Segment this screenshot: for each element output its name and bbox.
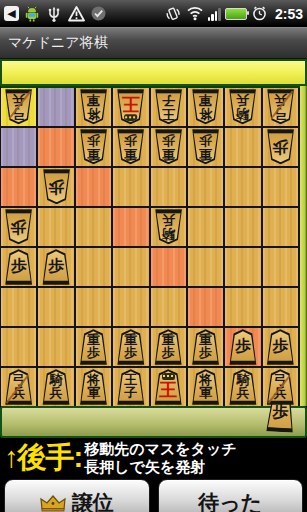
hint-line-1: 移動先のマスをタッチ xyxy=(84,440,236,458)
piece-kanji: 歩 xyxy=(162,346,175,359)
piece-general[interactable]: 将軍 xyxy=(190,89,221,124)
piece-kanji: 歩 xyxy=(235,338,251,354)
piece-heavy-infantry[interactable]: 重歩 xyxy=(190,129,221,164)
piece-kanji: 軍 xyxy=(87,386,100,399)
board-cell-r4c5[interactable]: 騎兵 xyxy=(151,208,188,248)
board-cell-r8c6[interactable]: 将軍 xyxy=(188,368,225,408)
board-cell-r6c8[interactable] xyxy=(263,288,300,328)
piece-kanji: 軍 xyxy=(199,95,212,108)
board-cell-r6c4[interactable] xyxy=(113,288,150,328)
board-cell-r7c4[interactable]: 重歩 xyxy=(113,328,150,368)
status-bar: ◀ xyxy=(0,0,307,27)
piece-kanji: 将 xyxy=(87,108,100,121)
piece-kanji: 軍 xyxy=(87,95,100,108)
board-cell-r2c1[interactable] xyxy=(1,128,38,168)
board-cell-r5c1[interactable]: 歩 xyxy=(1,248,38,288)
piece-foot-soldier[interactable]: 歩 xyxy=(3,209,34,244)
board-cell-r1c7[interactable]: 騎兵 xyxy=(225,88,262,128)
turn-colon: : xyxy=(74,443,83,472)
piece-kanji: 重 xyxy=(199,333,212,346)
abdicate-button[interactable]: 譲位 xyxy=(4,479,150,512)
board-cell-r2c8[interactable]: 歩 xyxy=(263,128,300,168)
board-cell-r1c3[interactable]: 将軍 xyxy=(76,88,113,128)
board-cell-r4c7[interactable] xyxy=(225,208,262,248)
piece-kanji: 歩 xyxy=(199,346,212,359)
piece-general[interactable]: 将軍 xyxy=(190,369,221,404)
piece-heavy-infantry[interactable]: 重歩 xyxy=(78,329,109,364)
board-cell-r6c1[interactable] xyxy=(1,288,38,328)
board-cell-r2c7[interactable] xyxy=(225,128,262,168)
undo-label: 待った xyxy=(198,489,262,512)
board-cell-r4c2[interactable] xyxy=(38,208,75,248)
board-cell-r2c6[interactable]: 重歩 xyxy=(188,128,225,168)
board-cell-r3c1[interactable] xyxy=(1,168,38,208)
board-cell-r4c4[interactable] xyxy=(113,208,150,248)
board-cell-r8c3[interactable]: 将軍 xyxy=(76,368,113,408)
alarm-clock-icon xyxy=(251,5,269,23)
piece-kanji: 歩 xyxy=(272,338,288,354)
piece-kanji: 歩 xyxy=(124,346,137,359)
board-cell-r3c6[interactable] xyxy=(188,168,225,208)
piece-king[interactable]: 王 xyxy=(153,369,184,404)
piece-kanji: 軍 xyxy=(199,386,212,399)
piece-king[interactable]: 王 xyxy=(115,89,146,124)
piece-heavy-infantry[interactable]: 重歩 xyxy=(153,329,184,364)
piece-general[interactable]: 将軍 xyxy=(78,369,109,404)
crown-icon xyxy=(40,494,66,512)
piece-kanji: 将 xyxy=(87,373,100,386)
usb-icon xyxy=(45,5,63,23)
status-time: 2:53 xyxy=(275,6,303,22)
board-cell-r8c7[interactable]: 騎兵 xyxy=(225,368,262,408)
board-cell-r8c5[interactable]: 王 xyxy=(151,368,188,408)
piece-kanji: 将 xyxy=(199,108,212,121)
board-cell-r2c3[interactable]: 重歩 xyxy=(76,128,113,168)
piece-foot-soldier[interactable]: 歩 xyxy=(265,329,296,364)
piece-heavy-infantry[interactable]: 重歩 xyxy=(153,129,184,164)
piece-kanji: 兵 xyxy=(236,95,249,108)
board-cell-r1c6[interactable]: 将軍 xyxy=(188,88,225,128)
board-cell-r5c5[interactable] xyxy=(151,248,188,288)
board-cell-r7c7[interactable]: 歩 xyxy=(225,328,262,368)
board-cell-r3c5[interactable] xyxy=(151,168,188,208)
piece-kanji: 歩 xyxy=(199,135,212,148)
piece-heavy-infantry[interactable]: 重歩 xyxy=(115,129,146,164)
piece-foot-soldier[interactable]: 歩 xyxy=(41,169,72,204)
board-cell-r5c8[interactable] xyxy=(263,248,300,288)
gote-captured-tray[interactable] xyxy=(0,59,307,86)
board-cell-r4c8[interactable] xyxy=(263,208,300,248)
board-cell-r1c1[interactable]: 弓兵 xyxy=(1,88,38,128)
piece-kanji: 兵 xyxy=(50,386,63,399)
sente-captured-tray[interactable]: 歩 xyxy=(0,406,307,438)
board-cell-r8c2[interactable]: 騎兵 xyxy=(38,368,75,408)
board-cell-r2c5[interactable]: 重歩 xyxy=(151,128,188,168)
board-cell-r4c3[interactable] xyxy=(76,208,113,248)
board-cell-r3c2[interactable]: 歩 xyxy=(38,168,75,208)
piece-kanji: 子 xyxy=(124,386,137,399)
piece-kanji: 歩 xyxy=(48,258,64,274)
board-cell-r7c6[interactable]: 重歩 xyxy=(188,328,225,368)
board-cell-r6c7[interactable] xyxy=(225,288,262,328)
title-bar: マケドニア将棋 xyxy=(0,27,307,59)
board-cell-r6c2[interactable] xyxy=(38,288,75,328)
piece-kanji: 重 xyxy=(199,148,212,161)
piece-kanji: 王 xyxy=(124,373,137,386)
piece-kanji: 王 xyxy=(159,381,177,399)
board-cell-r8c4[interactable]: 王子 xyxy=(113,368,150,408)
board-cell-r2c2[interactable] xyxy=(38,128,75,168)
app-screen: ◀ xyxy=(0,0,307,512)
piece-kanji: 重 xyxy=(87,148,100,161)
piece-kanji: 重 xyxy=(162,333,175,346)
android-robot-icon xyxy=(23,5,41,23)
board-cell-r6c3[interactable] xyxy=(76,288,113,328)
piece-kanji: 騎 xyxy=(236,108,249,121)
piece-foot-soldier[interactable]: 歩 xyxy=(227,329,258,364)
piece-cavalry[interactable]: 騎兵 xyxy=(227,89,258,124)
piece-kanji: 重 xyxy=(87,333,100,346)
board-cell-r7c8[interactable]: 歩 xyxy=(263,328,300,368)
piece-prince[interactable]: 王子 xyxy=(115,369,146,404)
board-cell-r7c3[interactable]: 重歩 xyxy=(76,328,113,368)
back-arrow-notification-icon: ◀ xyxy=(4,6,19,21)
piece-heavy-infantry[interactable]: 重歩 xyxy=(78,129,109,164)
piece-heavy-infantry[interactable]: 重歩 xyxy=(190,329,221,364)
board-cell-r6c6[interactable] xyxy=(188,288,225,328)
board-cell-r1c4[interactable]: 王 xyxy=(113,88,150,128)
board-cell-r3c8[interactable] xyxy=(263,168,300,208)
board-cell-r3c3[interactable] xyxy=(76,168,113,208)
battery-icon xyxy=(225,8,247,20)
board-cell-r5c3[interactable] xyxy=(76,248,113,288)
piece-cavalry[interactable]: 騎兵 xyxy=(153,209,184,244)
piece-prince[interactable]: 王子 xyxy=(153,89,184,124)
piece-archer[interactable]: 弓兵 xyxy=(265,89,296,124)
hint-line-2: 長押しで矢を発射 xyxy=(84,458,236,476)
piece-cavalry[interactable]: 騎兵 xyxy=(227,369,258,404)
piece-kanji: 歩 xyxy=(87,346,100,359)
board-right-margin xyxy=(300,86,307,406)
board-cell-r4c6[interactable] xyxy=(188,208,225,248)
message-bar: ↑後手: 移動先のマスをタッチ 長押しで矢を発射 xyxy=(0,438,307,477)
piece-archer[interactable]: 弓兵 xyxy=(3,89,34,124)
board-cell-r5c4[interactable] xyxy=(113,248,150,288)
piece-kanji: 歩 xyxy=(87,135,100,148)
piece-archer[interactable]: 弓兵 xyxy=(265,369,296,404)
abdicate-label: 譲位 xyxy=(72,489,114,512)
piece-archer[interactable]: 弓兵 xyxy=(3,369,34,404)
board-cell-r5c6[interactable] xyxy=(188,248,225,288)
piece-kanji: 騎 xyxy=(50,373,63,386)
piece-kanji: 兵 xyxy=(236,386,249,399)
board-cell-r6c5[interactable] xyxy=(151,288,188,328)
board-cell-r3c7[interactable] xyxy=(225,168,262,208)
board-cell-r3c4[interactable] xyxy=(113,168,150,208)
piece-kanji: 歩 xyxy=(48,180,64,196)
piece-kanji: 歩 xyxy=(272,140,288,156)
piece-kanji: 兵 xyxy=(162,215,175,228)
turn-side-label: 後手 xyxy=(18,443,74,472)
piece-kanji: 騎 xyxy=(236,373,249,386)
piece-general[interactable]: 将軍 xyxy=(78,89,109,124)
signal-bars-icon xyxy=(208,7,221,21)
piece-foot-soldier[interactable]: 歩 xyxy=(3,249,34,284)
piece-foot-soldier[interactable]: 歩 xyxy=(265,129,296,164)
board-cell-r1c5[interactable]: 王子 xyxy=(151,88,188,128)
piece-cavalry[interactable]: 騎兵 xyxy=(41,369,72,404)
board-cell-r2c4[interactable]: 重歩 xyxy=(113,128,150,168)
piece-kanji: 騎 xyxy=(162,228,175,241)
piece-kanji: 将 xyxy=(199,373,212,386)
wifi-icon xyxy=(186,5,204,23)
piece-kanji: 歩 xyxy=(272,404,289,421)
button-row: 譲位 待った xyxy=(0,477,307,512)
check-circle-icon xyxy=(89,5,107,23)
board-cell-r5c2[interactable]: 歩 xyxy=(38,248,75,288)
board-cell-r7c1[interactable] xyxy=(1,328,38,368)
board-cell-r1c2[interactable] xyxy=(38,88,75,128)
board-cell-r4c1[interactable]: 歩 xyxy=(1,208,38,248)
vibrate-icon xyxy=(164,5,182,23)
piece-foot-soldier[interactable]: 歩 xyxy=(41,249,72,284)
shogi-board: 弓兵将軍王王子将軍騎兵弓兵重歩重歩重歩重歩歩歩歩騎兵歩歩重歩重歩重歩重歩歩歩弓兵… xyxy=(0,86,300,406)
board-wrap: 弓兵将軍王王子将軍騎兵弓兵重歩重歩重歩重歩歩歩歩騎兵歩歩重歩重歩重歩重歩歩歩弓兵… xyxy=(0,86,307,406)
piece-kanji: 子 xyxy=(162,95,175,108)
usb-debug-triangle-icon xyxy=(67,5,85,23)
turn-arrow: ↑ xyxy=(4,443,18,472)
board-cell-r7c5[interactable]: 重歩 xyxy=(151,328,188,368)
board-cell-r7c2[interactable] xyxy=(38,328,75,368)
turn-indicator: ↑後手: xyxy=(4,443,82,472)
board-cell-r1c8[interactable]: 弓兵 xyxy=(263,88,300,128)
piece-kanji: 歩 xyxy=(11,220,27,236)
board-cell-r8c1[interactable]: 弓兵 xyxy=(1,368,38,408)
king-crown-badge xyxy=(124,114,137,121)
piece-kanji: 重 xyxy=(124,148,137,161)
king-crown-badge xyxy=(162,373,175,380)
app-title: マケドニア将棋 xyxy=(8,34,108,52)
piece-heavy-infantry[interactable]: 重歩 xyxy=(115,329,146,364)
board-cell-r5c7[interactable] xyxy=(225,248,262,288)
piece-kanji: 王 xyxy=(162,108,175,121)
piece-kanji: 歩 xyxy=(162,135,175,148)
piece-kanji: 王 xyxy=(122,95,140,113)
piece-kanji: 歩 xyxy=(124,135,137,148)
piece-kanji: 歩 xyxy=(11,258,27,274)
undo-button[interactable]: 待った xyxy=(158,479,304,512)
piece-kanji: 重 xyxy=(124,333,137,346)
piece-kanji: 重 xyxy=(162,148,175,161)
